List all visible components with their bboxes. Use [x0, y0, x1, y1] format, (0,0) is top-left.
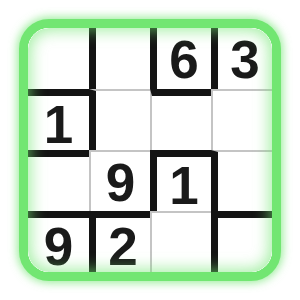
given-digit: 9 — [106, 156, 135, 209]
given-digit: 1 — [169, 159, 198, 212]
cell-r2c4[interactable] — [211, 89, 272, 150]
cell-r4c2[interactable]: 2 — [89, 211, 150, 272]
given-digit: 1 — [44, 98, 73, 151]
cell-r1c4[interactable]: 3 — [211, 28, 272, 89]
cell-r3c1[interactable] — [28, 150, 89, 211]
cell-r4c1[interactable]: 9 — [28, 211, 89, 272]
cell-r1c3[interactable]: 6 — [150, 28, 211, 89]
cell-r4c3[interactable] — [150, 211, 211, 272]
given-digit: 3 — [230, 33, 259, 86]
cell-r2c3[interactable] — [150, 89, 211, 150]
app-icon-canvas: 6319192 — [0, 0, 300, 300]
cell-r3c4[interactable] — [211, 150, 272, 211]
cell-r3c2[interactable]: 9 — [89, 150, 150, 211]
given-digit: 9 — [44, 220, 73, 273]
cell-r2c1[interactable]: 1 — [28, 89, 89, 150]
given-digit: 2 — [108, 220, 137, 273]
cell-r1c1[interactable] — [28, 28, 89, 89]
cell-r3c3[interactable]: 1 — [150, 150, 211, 211]
sudoku-app-icon[interactable]: 6319192 — [19, 19, 281, 281]
cell-r1c2[interactable] — [89, 28, 150, 89]
sudoku-board: 6319192 — [28, 28, 272, 272]
given-digit: 6 — [169, 33, 198, 86]
cell-r2c2[interactable] — [89, 89, 150, 150]
cell-r4c4[interactable] — [211, 211, 272, 272]
